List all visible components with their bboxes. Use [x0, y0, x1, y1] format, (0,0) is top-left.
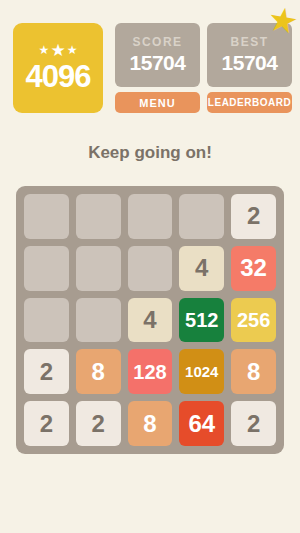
star-icon: ★ [39, 44, 50, 56]
tile-2: 2 [231, 401, 276, 446]
board[interactable]: 243245122562812810248228642 [16, 186, 284, 454]
tile-4: 4 [128, 298, 173, 343]
menu-button[interactable]: MENU [115, 92, 200, 113]
max-tile-value: 4096 [26, 60, 91, 94]
tile-2: 2 [76, 401, 121, 446]
empty-cell [76, 298, 121, 343]
empty-cell [76, 194, 121, 239]
tile-2: 2 [231, 194, 276, 239]
empty-cell [24, 246, 69, 291]
tile-128: 128 [128, 349, 173, 394]
tile-8: 8 [76, 349, 121, 394]
empty-cell [24, 298, 69, 343]
score-box: SCORE 15704 [115, 23, 200, 87]
best-box: BEST 15704 [207, 23, 292, 87]
tile-8: 8 [128, 401, 173, 446]
tile-256: 256 [231, 298, 276, 343]
tile-1024: 1024 [179, 349, 224, 394]
empty-cell [128, 194, 173, 239]
score-value: 15704 [130, 51, 186, 75]
score-label: SCORE [132, 35, 182, 49]
star-icon: ★ [50, 42, 65, 59]
empty-cell [76, 246, 121, 291]
tile-512: 512 [179, 298, 224, 343]
tile-64: 64 [179, 401, 224, 446]
tile-8: 8 [231, 349, 276, 394]
best-value: 15704 [222, 51, 278, 75]
status-message: Keep going on! [0, 143, 300, 163]
tile-32: 32 [231, 246, 276, 291]
max-tile-badge: ★ ★ ★ 4096 [13, 23, 103, 113]
best-label: BEST [230, 35, 268, 49]
tile-2: 2 [24, 401, 69, 446]
app-background: { "header": { "badge": { "value": "4096"… [0, 0, 300, 533]
star-icon: ★ [67, 44, 78, 56]
empty-cell [24, 194, 69, 239]
tile-2: 2 [24, 349, 69, 394]
badge-stars: ★ ★ ★ [39, 42, 78, 59]
empty-cell [128, 246, 173, 291]
leaderboard-button[interactable]: LEADERBOARD [207, 92, 292, 113]
tile-4: 4 [179, 246, 224, 291]
empty-cell [179, 194, 224, 239]
